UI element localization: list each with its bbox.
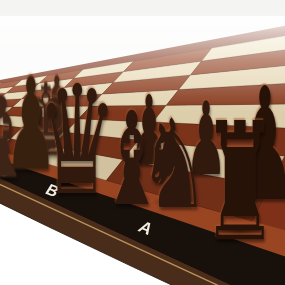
piece-shadow	[152, 196, 196, 208]
piece-shadow	[112, 193, 152, 204]
piece-shadow	[16, 160, 46, 168]
piece-shadow	[193, 167, 220, 175]
focus-haze	[0, 16, 285, 112]
chess-board: FEDCBA8	[0, 0, 285, 285]
piece-shadow	[246, 187, 284, 198]
piece-shadow	[214, 225, 266, 240]
piece-shadow	[136, 157, 162, 164]
piece-shadow	[55, 181, 99, 193]
chess-set-photo: FEDCBA8♟♚♟♟♟♝♛♟♝♞♜	[0, 0, 285, 285]
